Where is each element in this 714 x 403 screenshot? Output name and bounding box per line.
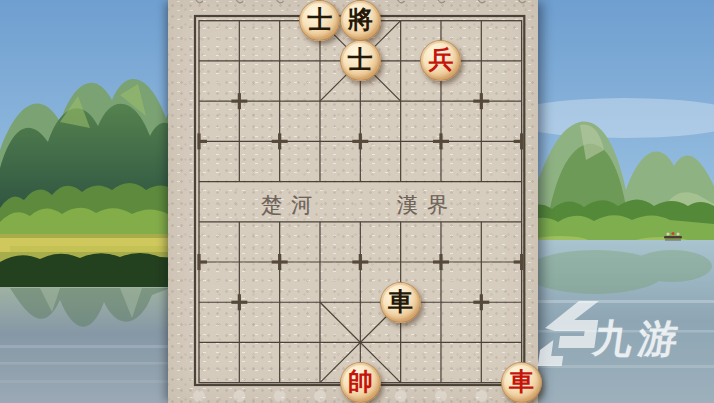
piece-character: 士: [348, 47, 373, 72]
piece-black-advisor-left[interactable]: 士: [299, 0, 340, 41]
piece-red-general[interactable]: 帥: [340, 362, 381, 403]
piece-red-soldier[interactable]: 兵: [420, 40, 461, 81]
xiangqi-game-screen: 楚河 漢界 士將士兵車帥車 九游: [0, 0, 714, 403]
piece-character: 兵: [428, 47, 453, 72]
boat: [664, 232, 682, 241]
piece-character: 車: [388, 289, 413, 314]
piece-character: 帥: [348, 369, 373, 394]
piece-character: 士: [307, 7, 332, 32]
piece-grid: 士將士兵車帥車: [179, 1, 542, 403]
piece-black-advisor-center[interactable]: 士: [340, 40, 381, 81]
piece-character: 車: [509, 369, 534, 394]
piece-black-chariot[interactable]: 車: [380, 282, 421, 323]
piece-red-chariot[interactable]: 車: [501, 362, 542, 403]
piece-black-general[interactable]: 將: [340, 0, 381, 41]
piece-character: 將: [348, 7, 373, 32]
